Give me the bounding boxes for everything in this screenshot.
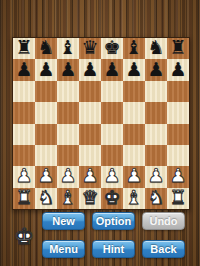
button-panel: New Option Undo Menu Hint Back [42,212,185,258]
piece-white-knight: ♞ [37,188,54,207]
turn-indicator-white-king-icon: ♚ [11,224,37,250]
square-a4[interactable] [13,124,35,145]
square-f4[interactable] [123,124,145,145]
piece-white-knight: ♞ [147,188,164,207]
square-b7[interactable]: ♟ [35,59,57,80]
new-button[interactable]: New [42,212,85,230]
piece-white-bishop: ♝ [125,188,142,207]
square-c3[interactable] [57,145,79,166]
square-d8[interactable]: ♛ [79,38,101,59]
square-b6[interactable] [35,81,57,102]
piece-black-pawn: ♟ [59,60,76,79]
piece-black-king: ♚ [103,38,120,57]
square-b3[interactable] [35,145,57,166]
piece-black-knight: ♞ [37,38,54,57]
piece-white-pawn: ♟ [81,166,98,185]
square-a3[interactable] [13,145,35,166]
square-h7[interactable]: ♟ [167,59,189,80]
back-button[interactable]: Back [142,240,185,258]
square-d7[interactable]: ♟ [79,59,101,80]
piece-black-pawn: ♟ [37,60,54,79]
square-e7[interactable]: ♟ [101,59,123,80]
square-d5[interactable] [79,102,101,123]
piece-white-pawn: ♟ [15,166,32,185]
square-h2[interactable]: ♟ [167,166,189,187]
piece-white-pawn: ♟ [103,166,120,185]
square-e6[interactable] [101,81,123,102]
piece-black-rook: ♜ [169,38,186,57]
piece-white-bishop: ♝ [59,188,76,207]
square-f5[interactable] [123,102,145,123]
square-d2[interactable]: ♟ [79,166,101,187]
square-g6[interactable] [145,81,167,102]
piece-white-pawn: ♟ [59,166,76,185]
square-g8[interactable]: ♞ [145,38,167,59]
square-c4[interactable] [57,124,79,145]
menu-button[interactable]: Menu [42,240,85,258]
piece-black-pawn: ♟ [15,60,32,79]
piece-white-rook: ♜ [15,188,32,207]
square-d1[interactable]: ♛ [79,188,101,209]
undo-button[interactable]: Undo [142,212,185,230]
piece-black-knight: ♞ [147,38,164,57]
square-a2[interactable]: ♟ [13,166,35,187]
square-b1[interactable]: ♞ [35,188,57,209]
piece-white-queen: ♛ [81,188,98,207]
piece-white-pawn: ♟ [147,166,164,185]
square-f3[interactable] [123,145,145,166]
square-h5[interactable] [167,102,189,123]
option-button[interactable]: Option [92,212,135,230]
square-g3[interactable] [145,145,167,166]
square-e3[interactable] [101,145,123,166]
square-g7[interactable]: ♟ [145,59,167,80]
square-f2[interactable]: ♟ [123,166,145,187]
square-b5[interactable] [35,102,57,123]
square-c5[interactable] [57,102,79,123]
square-h4[interactable] [167,124,189,145]
square-a8[interactable]: ♜ [13,38,35,59]
piece-black-pawn: ♟ [169,60,186,79]
piece-white-pawn: ♟ [37,166,54,185]
square-e5[interactable] [101,102,123,123]
piece-black-pawn: ♟ [147,60,164,79]
piece-white-pawn: ♟ [125,166,142,185]
square-f1[interactable]: ♝ [123,188,145,209]
square-g2[interactable]: ♟ [145,166,167,187]
square-d6[interactable] [79,81,101,102]
piece-black-rook: ♜ [15,38,32,57]
piece-black-pawn: ♟ [81,60,98,79]
square-e1[interactable]: ♚ [101,188,123,209]
square-b4[interactable] [35,124,57,145]
piece-black-bishop: ♝ [59,38,76,57]
square-d4[interactable] [79,124,101,145]
piece-black-pawn: ♟ [103,60,120,79]
square-b2[interactable]: ♟ [35,166,57,187]
square-h6[interactable] [167,81,189,102]
square-a7[interactable]: ♟ [13,59,35,80]
square-f6[interactable] [123,81,145,102]
square-c7[interactable]: ♟ [57,59,79,80]
square-h8[interactable]: ♜ [167,38,189,59]
square-g5[interactable] [145,102,167,123]
piece-white-king: ♚ [103,188,120,207]
square-c2[interactable]: ♟ [57,166,79,187]
hint-button[interactable]: Hint [92,240,135,258]
square-a5[interactable] [13,102,35,123]
square-a1[interactable]: ♜ [13,188,35,209]
piece-white-rook: ♜ [169,188,186,207]
square-c1[interactable]: ♝ [57,188,79,209]
square-e4[interactable] [101,124,123,145]
square-g4[interactable] [145,124,167,145]
chess-board: ♜♞♝♛♚♝♞♜♟♟♟♟♟♟♟♟♟♟♟♟♟♟♟♟♜♞♝♛♚♝♞♜ [12,37,190,210]
square-f8[interactable]: ♝ [123,38,145,59]
square-b8[interactable]: ♞ [35,38,57,59]
square-a6[interactable] [13,81,35,102]
square-g1[interactable]: ♞ [145,188,167,209]
square-e8[interactable]: ♚ [101,38,123,59]
piece-black-queen: ♛ [81,38,98,57]
square-h3[interactable] [167,145,189,166]
square-f7[interactable]: ♟ [123,59,145,80]
square-h1[interactable]: ♜ [167,188,189,209]
piece-black-pawn: ♟ [125,60,142,79]
piece-black-bishop: ♝ [125,38,142,57]
square-d3[interactable] [79,145,101,166]
square-c6[interactable] [57,81,79,102]
square-c8[interactable]: ♝ [57,38,79,59]
square-e2[interactable]: ♟ [101,166,123,187]
piece-white-pawn: ♟ [169,166,186,185]
